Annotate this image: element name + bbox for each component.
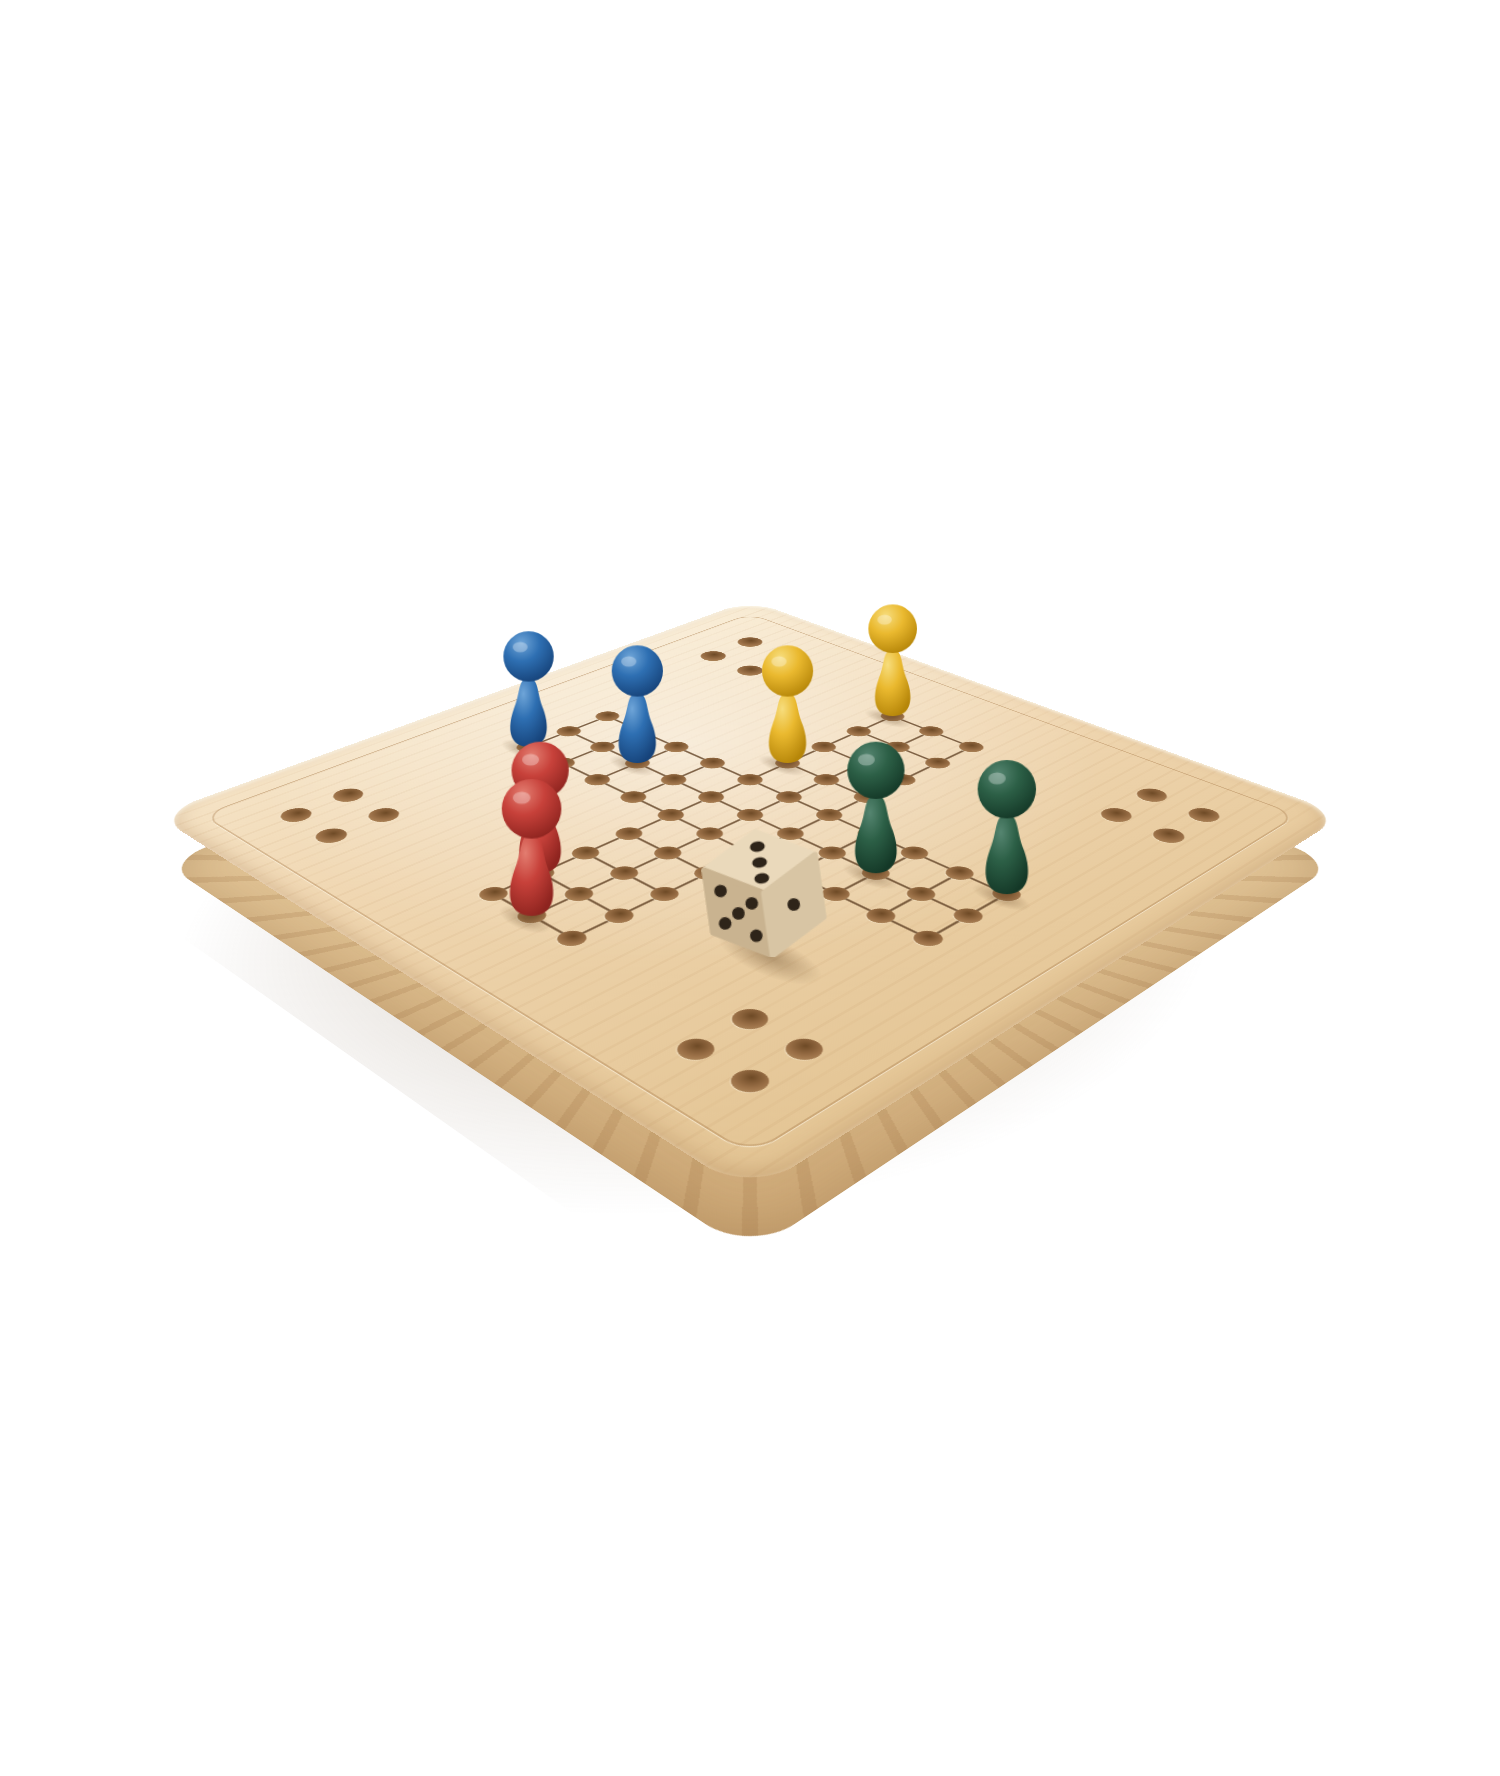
photo-backdrop bbox=[0, 0, 1500, 1776]
pawn-shape bbox=[972, 757, 1041, 908]
pawn-shape bbox=[607, 643, 668, 776]
pawn-shape bbox=[496, 776, 567, 930]
pawn-shape bbox=[757, 643, 818, 776]
board-top-face bbox=[156, 600, 1344, 1194]
die-faces bbox=[696, 820, 832, 970]
pawn-red-2[interactable] bbox=[496, 776, 567, 930]
pawn-shape bbox=[842, 739, 910, 887]
pawn-green-2[interactable] bbox=[972, 757, 1041, 908]
pawn-shape bbox=[864, 602, 922, 728]
pawn-green-1[interactable] bbox=[842, 739, 910, 887]
pawn-yellow-1[interactable] bbox=[864, 602, 922, 728]
die[interactable] bbox=[696, 820, 832, 970]
pawn-blue-2[interactable] bbox=[607, 643, 668, 776]
ludo-board bbox=[156, 600, 1344, 1194]
pawn-yellow-2[interactable] bbox=[757, 643, 818, 776]
scene bbox=[0, 0, 1500, 1776]
